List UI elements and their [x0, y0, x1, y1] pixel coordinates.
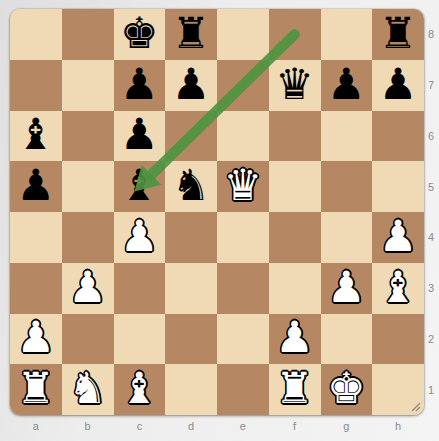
square-h3[interactable]: ♝: [372, 263, 424, 314]
square-d1[interactable]: [165, 364, 217, 415]
piece-black-rook[interactable]: ♜: [379, 12, 418, 55]
file-label-g: g: [321, 417, 373, 435]
board-squares: ♚♜♜♟♟♛♟♟♝♟♟♝♞♛♟♟♟♟♝♟♟♜♞♝♜♚: [10, 9, 424, 415]
piece-white-bishop[interactable]: ♝: [379, 266, 418, 309]
square-e8[interactable]: [217, 9, 269, 60]
square-b1[interactable]: ♞: [62, 364, 114, 415]
rank-label-5: 5: [428, 161, 439, 212]
piece-white-rook[interactable]: ♜: [275, 367, 314, 410]
square-e4[interactable]: [217, 212, 269, 263]
square-a3[interactable]: [10, 263, 62, 314]
square-f2[interactable]: ♟: [269, 314, 321, 365]
square-g5[interactable]: [321, 161, 373, 212]
square-e3[interactable]: [217, 263, 269, 314]
piece-white-pawn[interactable]: ♟: [17, 316, 56, 359]
square-a5[interactable]: ♟: [10, 161, 62, 212]
square-e2[interactable]: [217, 314, 269, 365]
piece-white-bishop[interactable]: ♝: [120, 367, 159, 410]
square-f1[interactable]: ♜: [269, 364, 321, 415]
rank-label-3: 3: [428, 263, 439, 314]
square-c6[interactable]: ♟: [114, 111, 166, 162]
square-e6[interactable]: [217, 111, 269, 162]
chess-board[interactable]: ♚♜♜♟♟♛♟♟♝♟♟♝♞♛♟♟♟♟♝♟♟♜♞♝♜♚: [10, 9, 424, 415]
square-c1[interactable]: ♝: [114, 364, 166, 415]
piece-black-bishop[interactable]: ♝: [120, 164, 159, 207]
square-a8[interactable]: [10, 9, 62, 60]
square-d5[interactable]: ♞: [165, 161, 217, 212]
square-h7[interactable]: ♟: [372, 60, 424, 111]
piece-black-queen[interactable]: ♛: [275, 63, 314, 106]
square-f4[interactable]: [269, 212, 321, 263]
square-g8[interactable]: [321, 9, 373, 60]
square-h5[interactable]: [372, 161, 424, 212]
square-g6[interactable]: [321, 111, 373, 162]
rank-labels: 87654321: [428, 9, 439, 415]
rank-label-6: 6: [428, 111, 439, 162]
rank-label-4: 4: [428, 212, 439, 263]
square-b3[interactable]: ♟: [62, 263, 114, 314]
square-a4[interactable]: [10, 212, 62, 263]
rank-label-7: 7: [428, 60, 439, 111]
file-label-c: c: [114, 417, 166, 435]
square-c2[interactable]: [114, 314, 166, 365]
square-f7[interactable]: ♛: [269, 60, 321, 111]
square-g1[interactable]: ♚: [321, 364, 373, 415]
file-label-h: h: [372, 417, 424, 435]
file-labels: abcdefgh: [10, 417, 424, 435]
piece-black-pawn[interactable]: ♟: [379, 63, 418, 106]
piece-white-pawn[interactable]: ♟: [275, 316, 314, 359]
rank-label-8: 8: [428, 9, 439, 60]
file-label-f: f: [269, 417, 321, 435]
square-c7[interactable]: ♟: [114, 60, 166, 111]
square-c3[interactable]: [114, 263, 166, 314]
piece-white-rook[interactable]: ♜: [17, 367, 56, 410]
square-d2[interactable]: [165, 314, 217, 365]
file-label-a: a: [10, 417, 62, 435]
piece-black-rook[interactable]: ♜: [172, 12, 211, 55]
piece-black-pawn[interactable]: ♟: [120, 113, 159, 156]
square-e7[interactable]: [217, 60, 269, 111]
square-e1[interactable]: [217, 364, 269, 415]
square-c5[interactable]: ♝: [114, 161, 166, 212]
square-b2[interactable]: [62, 314, 114, 365]
piece-black-king[interactable]: ♚: [120, 12, 159, 55]
piece-black-pawn[interactable]: ♟: [327, 63, 366, 106]
square-g7[interactable]: ♟: [321, 60, 373, 111]
piece-black-pawn[interactable]: ♟: [17, 164, 56, 207]
square-e5[interactable]: ♛: [217, 161, 269, 212]
square-a7[interactable]: [10, 60, 62, 111]
page-background: ♚♜♜♟♟♛♟♟♝♟♟♝♞♛♟♟♟♟♝♟♟♜♞♝♜♚ 87654321 abcd…: [0, 0, 439, 441]
piece-white-queen[interactable]: ♛: [224, 164, 263, 207]
piece-black-bishop[interactable]: ♝: [17, 113, 56, 156]
piece-white-king[interactable]: ♚: [327, 367, 366, 410]
square-g4[interactable]: [321, 212, 373, 263]
square-d6[interactable]: [165, 111, 217, 162]
square-c8[interactable]: ♚: [114, 9, 166, 60]
square-b4[interactable]: [62, 212, 114, 263]
square-b8[interactable]: [62, 9, 114, 60]
file-label-e: e: [217, 417, 269, 435]
piece-white-pawn[interactable]: ♟: [379, 215, 418, 258]
square-f8[interactable]: [269, 9, 321, 60]
resize-handle-icon[interactable]: [409, 400, 422, 413]
piece-white-knight[interactable]: ♞: [68, 367, 107, 410]
square-h6[interactable]: [372, 111, 424, 162]
square-g2[interactable]: [321, 314, 373, 365]
square-f6[interactable]: [269, 111, 321, 162]
square-d7[interactable]: ♟: [165, 60, 217, 111]
square-f3[interactable]: [269, 263, 321, 314]
square-b5[interactable]: [62, 161, 114, 212]
piece-black-knight[interactable]: ♞: [172, 164, 211, 207]
rank-label-1: 1: [428, 364, 439, 415]
square-c4[interactable]: ♟: [114, 212, 166, 263]
square-a2[interactable]: ♟: [10, 314, 62, 365]
piece-white-pawn[interactable]: ♟: [327, 266, 366, 309]
rank-label-2: 2: [428, 314, 439, 365]
piece-white-pawn[interactable]: ♟: [120, 215, 159, 258]
square-g3[interactable]: ♟: [321, 263, 373, 314]
square-h2[interactable]: [372, 314, 424, 365]
square-f5[interactable]: [269, 161, 321, 212]
piece-white-pawn[interactable]: ♟: [68, 266, 107, 309]
square-h8[interactable]: ♜: [372, 9, 424, 60]
file-label-b: b: [62, 417, 114, 435]
file-label-d: d: [165, 417, 217, 435]
square-b7[interactable]: [62, 60, 114, 111]
square-a6[interactable]: ♝: [10, 111, 62, 162]
piece-black-pawn[interactable]: ♟: [172, 63, 211, 106]
square-b6[interactable]: [62, 111, 114, 162]
square-h4[interactable]: ♟: [372, 212, 424, 263]
square-d8[interactable]: ♜: [165, 9, 217, 60]
square-a1[interactable]: ♜: [10, 364, 62, 415]
square-d4[interactable]: [165, 212, 217, 263]
piece-black-pawn[interactable]: ♟: [120, 63, 159, 106]
square-d3[interactable]: [165, 263, 217, 314]
